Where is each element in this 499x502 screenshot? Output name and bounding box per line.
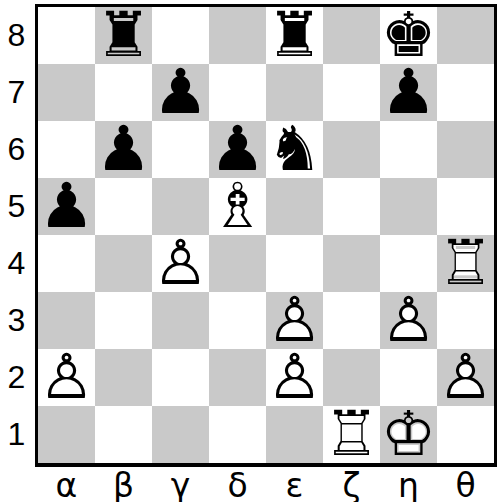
square-f7[interactable]	[323, 64, 380, 121]
square-g3[interactable]: ♟♙	[380, 292, 437, 349]
square-c6[interactable]	[152, 121, 209, 178]
square-b3[interactable]	[95, 292, 152, 349]
piece-black-rook: ♜	[95, 7, 152, 64]
file-label-a: α	[38, 466, 95, 502]
piece-white-rook: ♜♖	[323, 406, 380, 463]
file-label-c: γ	[152, 466, 209, 502]
square-c1[interactable]	[152, 406, 209, 463]
square-b2[interactable]	[95, 349, 152, 406]
square-a7[interactable]	[38, 64, 95, 121]
square-a8[interactable]	[38, 7, 95, 64]
square-a2[interactable]: ♟♙	[38, 349, 95, 406]
square-f5[interactable]	[323, 178, 380, 235]
square-d5[interactable]: ♝♗	[209, 178, 266, 235]
square-f1[interactable]: ♜♖	[323, 406, 380, 463]
square-e8[interactable]: ♜	[266, 7, 323, 64]
square-g5[interactable]	[380, 178, 437, 235]
file-labels: αβγδεζηθ	[38, 466, 494, 502]
rank-label-6: 6	[0, 121, 33, 178]
square-e6[interactable]: ♞	[266, 121, 323, 178]
piece-white-pawn: ♟♙	[38, 349, 95, 406]
square-b8[interactable]: ♜	[95, 7, 152, 64]
square-c4[interactable]: ♟♙	[152, 235, 209, 292]
piece-white-pawn: ♟♙	[152, 235, 209, 292]
square-f4[interactable]	[323, 235, 380, 292]
square-f8[interactable]	[323, 7, 380, 64]
square-d2[interactable]	[209, 349, 266, 406]
rank-label-5: 5	[0, 178, 33, 235]
chess-diagram: 87654321 ♜♜♚♟♟♟♟♞♟♝♗♟♙♜♖♟♙♟♙♟♙♟♙♟♙♜♖♚♔ α…	[0, 0, 499, 502]
square-c2[interactable]	[152, 349, 209, 406]
rank-label-1: 1	[0, 406, 33, 463]
file-label-b: β	[95, 466, 152, 502]
square-h8[interactable]	[437, 7, 494, 64]
square-b5[interactable]	[95, 178, 152, 235]
square-a1[interactable]	[38, 406, 95, 463]
square-g1[interactable]: ♚♔	[380, 406, 437, 463]
square-e5[interactable]	[266, 178, 323, 235]
square-e2[interactable]: ♟♙	[266, 349, 323, 406]
square-b6[interactable]: ♟	[95, 121, 152, 178]
piece-white-pawn: ♟♙	[380, 292, 437, 349]
square-d8[interactable]	[209, 7, 266, 64]
piece-white-rook: ♜♖	[437, 235, 494, 292]
square-d4[interactable]	[209, 235, 266, 292]
file-label-d: δ	[209, 466, 266, 502]
square-h7[interactable]	[437, 64, 494, 121]
rank-label-2: 2	[0, 349, 33, 406]
file-label-h: θ	[437, 466, 494, 502]
file-label-f: ζ	[323, 466, 380, 502]
rank-label-8: 8	[0, 7, 33, 64]
square-b1[interactable]	[95, 406, 152, 463]
piece-white-pawn: ♟♙	[437, 349, 494, 406]
square-h1[interactable]	[437, 406, 494, 463]
square-g6[interactable]	[380, 121, 437, 178]
file-label-e: ε	[266, 466, 323, 502]
rank-label-3: 3	[0, 292, 33, 349]
piece-black-knight: ♞	[266, 121, 323, 178]
chess-board: ♜♜♚♟♟♟♟♞♟♝♗♟♙♜♖♟♙♟♙♟♙♟♙♟♙♜♖♚♔	[35, 4, 497, 467]
square-f6[interactable]	[323, 121, 380, 178]
piece-black-pawn: ♟	[152, 64, 209, 121]
square-b4[interactable]	[95, 235, 152, 292]
piece-white-king: ♚♔	[380, 406, 437, 463]
square-h4[interactable]: ♜♖	[437, 235, 494, 292]
square-f3[interactable]	[323, 292, 380, 349]
rank-label-7: 7	[0, 64, 33, 121]
square-h2[interactable]: ♟♙	[437, 349, 494, 406]
square-d1[interactable]	[209, 406, 266, 463]
square-c3[interactable]	[152, 292, 209, 349]
square-a4[interactable]	[38, 235, 95, 292]
rank-label-4: 4	[0, 235, 33, 292]
piece-black-pawn: ♟	[38, 178, 95, 235]
piece-white-bishop: ♝♗	[209, 178, 266, 235]
square-c7[interactable]: ♟	[152, 64, 209, 121]
square-d3[interactable]	[209, 292, 266, 349]
square-g7[interactable]: ♟	[380, 64, 437, 121]
square-a5[interactable]: ♟	[38, 178, 95, 235]
piece-white-pawn: ♟♙	[266, 349, 323, 406]
rank-labels: 87654321	[0, 7, 33, 463]
piece-black-pawn: ♟	[380, 64, 437, 121]
square-h6[interactable]	[437, 121, 494, 178]
square-e1[interactable]	[266, 406, 323, 463]
piece-black-pawn: ♟	[95, 121, 152, 178]
file-label-g: η	[380, 466, 437, 502]
piece-black-rook: ♜	[266, 7, 323, 64]
